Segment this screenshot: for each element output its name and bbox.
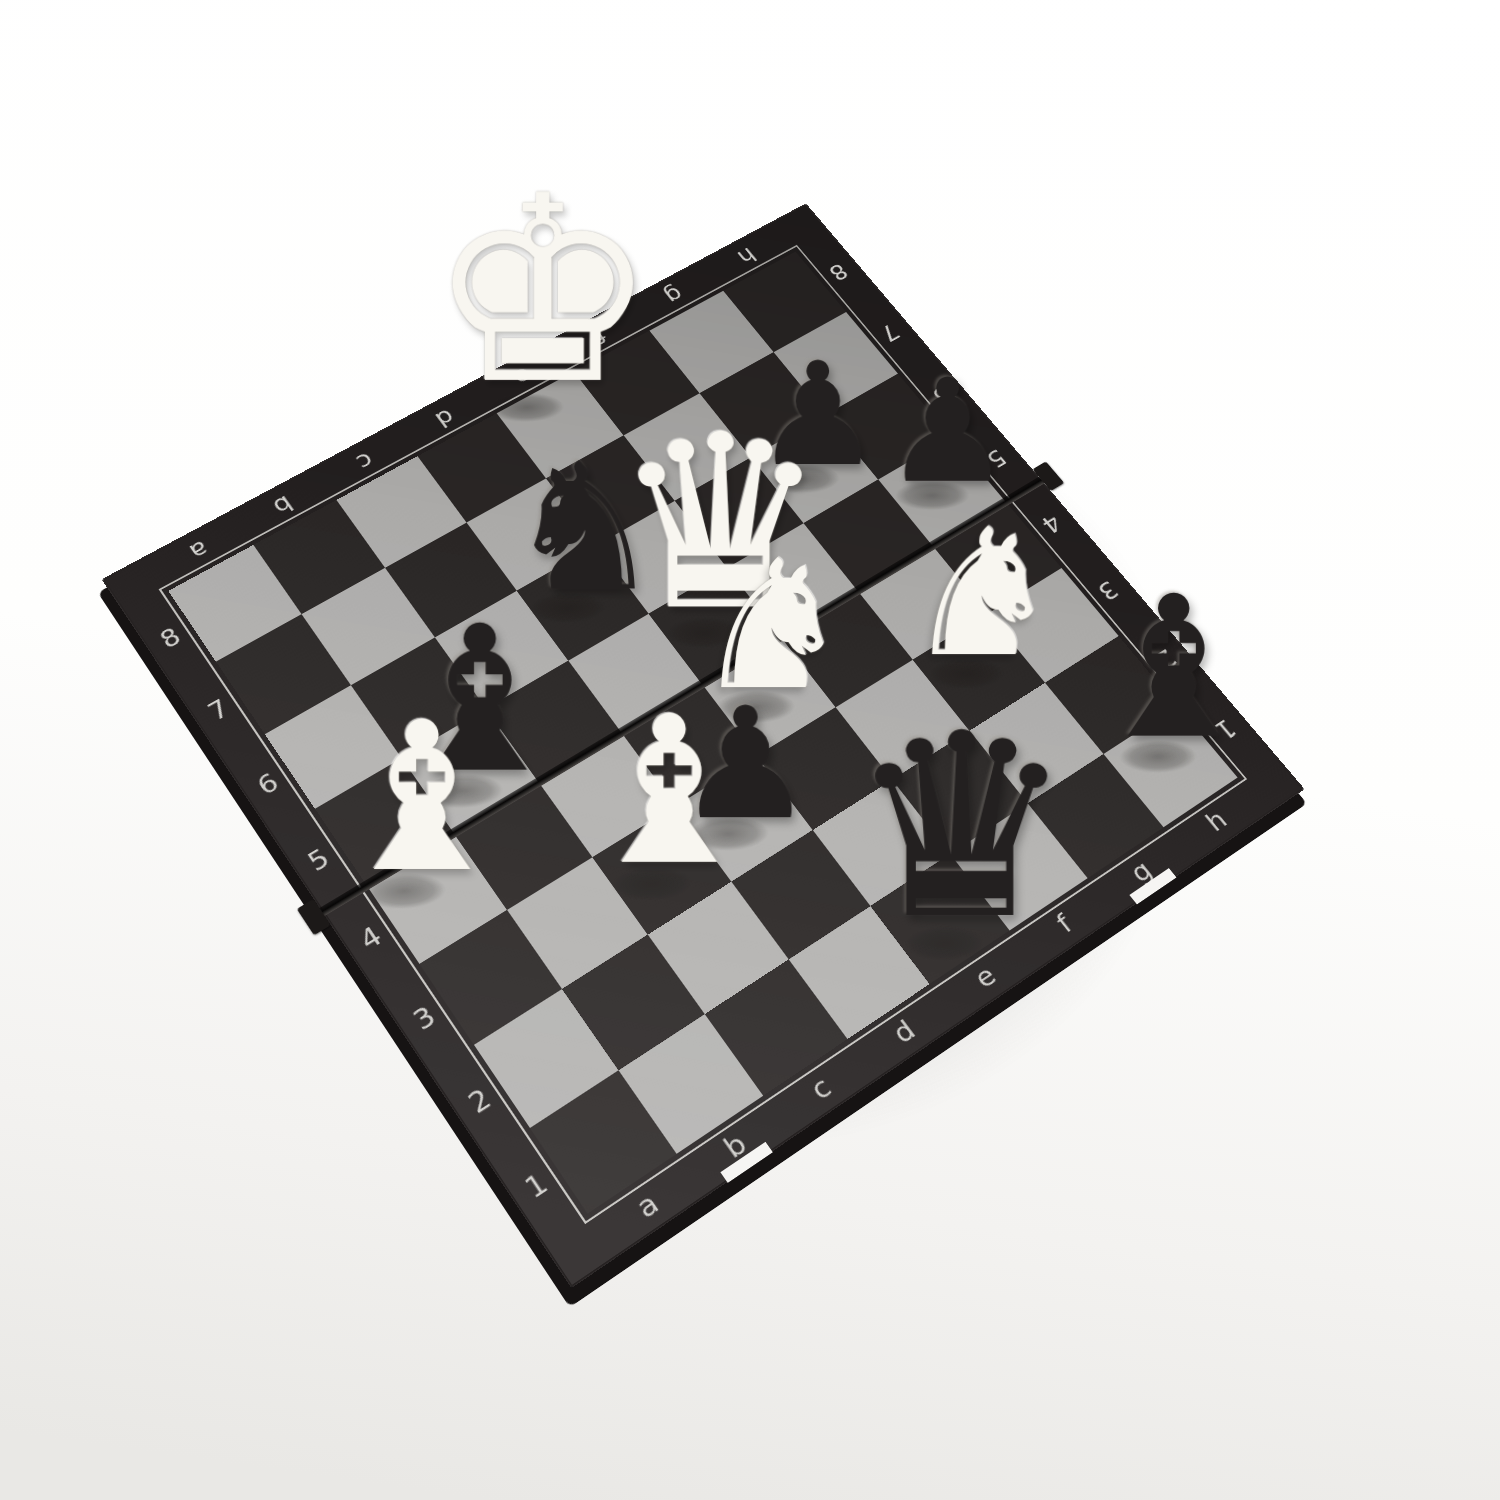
file-label-e-near: e xyxy=(970,961,1001,993)
rank-label-3-near: 3 xyxy=(409,1002,440,1035)
file-label-h-far: h xyxy=(734,244,761,268)
file-label-a-near: a xyxy=(631,1188,663,1223)
rank-label-7-near: 7 xyxy=(204,695,233,724)
white-bishop-glyph: ♝ xyxy=(578,697,761,885)
file-label-b-far: b xyxy=(269,492,297,519)
white-knight-glyph: ♞ xyxy=(904,513,1062,675)
file-label-a-far: a xyxy=(185,537,213,564)
rank-label-2-near: 2 xyxy=(463,1084,495,1118)
black-queen-glyph: ♛ xyxy=(847,710,1075,944)
file-label-g-far: g xyxy=(661,283,688,307)
black-bishop-glyph: ♝ xyxy=(1086,578,1261,758)
file-label-c-far: c xyxy=(352,449,378,474)
file-label-d-far: d xyxy=(431,406,459,432)
rank-label-1-near: 1 xyxy=(520,1168,552,1203)
photo-stage: ♚♞♟♝♛♟♝♞♝♟♞♛♝ aabbccddeeffgghh1122334455… xyxy=(0,0,1500,1500)
black-pawn-glyph: ♟ xyxy=(884,366,1012,497)
square-a4[interactable]: ♝ xyxy=(367,833,508,964)
rank-label-8-far: 8 xyxy=(825,260,852,284)
perspective-scene: ♚♞♟♝♛♟♝♞♝♟♞♛♝ aabbccddeeffgghh1122334455… xyxy=(0,0,1500,1500)
file-label-c-near: c xyxy=(806,1072,836,1104)
rank-label-4-near: 4 xyxy=(355,922,386,954)
white-king-glyph: ♚ xyxy=(427,172,658,409)
file-label-d-near: d xyxy=(888,1015,920,1048)
white-bishop-glyph: ♝ xyxy=(330,703,515,892)
file-label-h-near: h xyxy=(1201,806,1231,836)
rank-label-6-near: 6 xyxy=(253,769,283,799)
rank-label-8-near: 8 xyxy=(156,624,185,653)
